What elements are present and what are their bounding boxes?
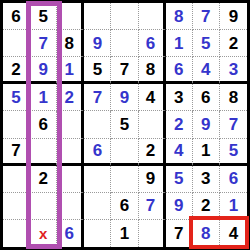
cell-r4c3[interactable]: 2 [57,84,84,111]
cell-r4c6[interactable]: 4 [139,84,166,111]
cell-r7c6[interactable]: 9 [139,166,166,193]
cell-r6c1[interactable]: 7 [3,139,30,166]
cell-r7c8[interactable]: 3 [193,166,220,193]
cell-r5c5[interactable]: 5 [111,111,138,138]
cell-r2c5[interactable] [111,30,138,57]
cell-r3c5[interactable]: 7 [111,57,138,84]
cell-r9c3[interactable]: 6 [57,220,84,247]
cell-r1c1[interactable]: 6 [3,3,30,30]
cell-r8c3[interactable] [57,193,84,220]
cell-r3c1[interactable]: 2 [3,57,30,84]
cell-r3c6[interactable]: 8 [139,57,166,84]
cell-r8c2[interactable] [30,193,57,220]
cell-r9c2[interactable]: x [30,220,57,247]
cell-r1c8[interactable]: 7 [193,3,220,30]
cell-r3c8[interactable]: 4 [193,57,220,84]
cell-r8c1[interactable] [3,193,30,220]
cell-r7c5[interactable] [111,166,138,193]
cell-r3c9[interactable]: 3 [220,57,247,84]
cell-r5c7[interactable]: 2 [166,111,193,138]
cell-r4c9[interactable]: 8 [220,84,247,111]
cell-r2c7[interactable]: 1 [166,30,193,57]
cell-r3c3[interactable]: 1 [57,57,84,84]
cell-r9c6[interactable] [139,220,166,247]
cell-r7c1[interactable] [3,166,30,193]
cell-r5c3[interactable] [57,111,84,138]
cell-r6c8[interactable]: 1 [193,139,220,166]
cell-r3c7[interactable]: 6 [166,57,193,84]
cell-r5c8[interactable]: 9 [193,111,220,138]
cell-r6c9[interactable]: 5 [220,139,247,166]
cell-r4c4[interactable]: 7 [84,84,111,111]
cell-r1c3[interactable] [57,3,84,30]
cell-r1c5[interactable] [111,3,138,30]
cell-r5c1[interactable] [3,111,30,138]
cell-r6c6[interactable]: 2 [139,139,166,166]
cell-r3c2[interactable]: 9 [30,57,57,84]
cell-r5c6[interactable] [139,111,166,138]
cell-r6c5[interactable] [111,139,138,166]
cell-r4c1[interactable]: 5 [3,84,30,111]
cell-r7c2[interactable]: 2 [30,166,57,193]
cell-r2c9[interactable]: 2 [220,30,247,57]
cell-r9c5[interactable]: 1 [111,220,138,247]
cell-r5c4[interactable] [84,111,111,138]
cell-r2c1[interactable] [3,30,30,57]
cell-r8c6[interactable]: 7 [139,193,166,220]
cell-r5c9[interactable]: 7 [220,111,247,138]
cell-r8c5[interactable]: 6 [111,193,138,220]
cell-r4c5[interactable]: 9 [111,84,138,111]
cell-r2c2[interactable]: 7 [30,30,57,57]
cell-r6c2[interactable] [30,139,57,166]
cell-r8c8[interactable]: 2 [193,193,220,220]
cell-r7c4[interactable] [84,166,111,193]
cell-r2c3[interactable]: 8 [57,30,84,57]
cell-r6c4[interactable]: 6 [84,139,111,166]
cell-r1c4[interactable] [84,3,111,30]
cell-r2c8[interactable]: 5 [193,30,220,57]
cell-r8c4[interactable] [84,193,111,220]
cell-r7c7[interactable]: 5 [166,166,193,193]
sudoku-grid: 6587978961522915786435127943686529776241… [3,3,247,247]
cell-r9c4[interactable] [84,220,111,247]
cell-r9c9[interactable]: 4 [220,220,247,247]
cell-r4c2[interactable]: 1 [30,84,57,111]
cell-r1c7[interactable]: 8 [166,3,193,30]
cell-r2c4[interactable]: 9 [84,30,111,57]
cell-r9c8[interactable]: 8 [193,220,220,247]
cell-r4c8[interactable]: 6 [193,84,220,111]
cell-r8c9[interactable]: 1 [220,193,247,220]
cell-r9c7[interactable]: 7 [166,220,193,247]
cell-r6c7[interactable]: 4 [166,139,193,166]
cell-r2c6[interactable]: 6 [139,30,166,57]
cell-r3c4[interactable]: 5 [84,57,111,84]
cell-r6c3[interactable] [57,139,84,166]
cell-r5c2[interactable]: 6 [30,111,57,138]
cell-r7c9[interactable]: 6 [220,166,247,193]
cell-r4c7[interactable]: 3 [166,84,193,111]
cell-r7c3[interactable] [57,166,84,193]
cell-r9c1[interactable] [3,220,30,247]
cell-r8c7[interactable]: 9 [166,193,193,220]
sudoku-board: 6587978961522915786435127943686529776241… [0,0,250,250]
cell-r1c9[interactable]: 9 [220,3,247,30]
cell-r1c6[interactable] [139,3,166,30]
cell-r1c2[interactable]: 5 [30,3,57,30]
